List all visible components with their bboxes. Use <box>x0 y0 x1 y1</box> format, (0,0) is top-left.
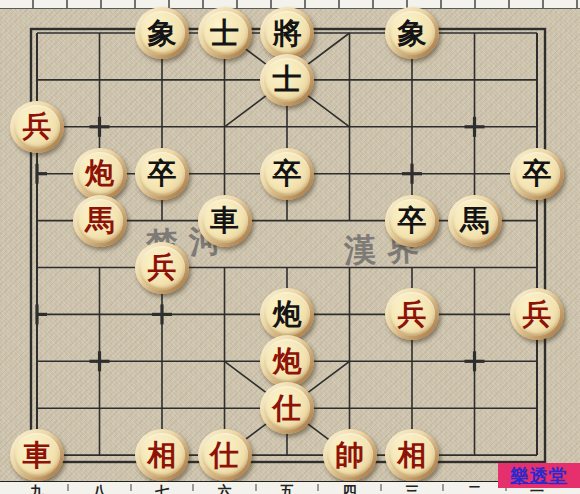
piece-glyph: 象 <box>148 19 177 48</box>
footer-tick <box>130 484 132 491</box>
piece-black-horse[interactable]: 馬 <box>448 195 502 247</box>
piece-face: 仕 <box>264 386 310 430</box>
piece-glyph: 炮 <box>273 300 302 329</box>
piece-glyph: 兵 <box>523 300 552 329</box>
file-label-7: 三 <box>401 484 423 494</box>
piece-glyph: 炮 <box>273 347 302 376</box>
piece-face: 相 <box>389 433 435 477</box>
piece-face: 卒 <box>139 152 185 196</box>
piece-red-chariot[interactable]: 車 <box>10 429 64 481</box>
piece-glyph: 兵 <box>148 253 177 282</box>
piece-face: 兵 <box>389 292 435 336</box>
piece-glyph: 相 <box>148 441 177 470</box>
piece-face: 馬 <box>77 199 123 243</box>
piece-face: 車 <box>202 199 248 243</box>
piece-glyph: 馬 <box>460 206 489 235</box>
piece-face: 仕 <box>202 433 248 477</box>
piece-glyph: 車 <box>23 441 52 470</box>
piece-face: 卒 <box>264 152 310 196</box>
piece-black-elephant[interactable]: 象 <box>135 7 189 59</box>
piece-red-soldier[interactable]: 兵 <box>10 101 64 153</box>
piece-black-general[interactable]: 將 <box>260 7 314 59</box>
piece-glyph: 卒 <box>148 159 177 188</box>
piece-glyph: 兵 <box>398 300 427 329</box>
piece-face: 士 <box>202 11 248 55</box>
piece-glyph: 兵 <box>23 112 52 141</box>
piece-red-general[interactable]: 帥 <box>323 429 377 481</box>
xiangqi-app-window: 楚河 漢界 象士將象士兵炮卒卒卒馬車卒馬兵炮兵兵炮仕車相仕帥相 九八七六五四三二… <box>0 0 580 494</box>
piece-glyph: 馬 <box>85 206 114 235</box>
piece-glyph: 炮 <box>85 159 114 188</box>
piece-glyph: 士 <box>273 65 302 94</box>
piece-face: 帥 <box>327 433 373 477</box>
footer-tick <box>192 484 194 491</box>
piece-red-cannon[interactable]: 炮 <box>260 335 314 387</box>
piece-face: 炮 <box>264 339 310 383</box>
piece-red-elephant[interactable]: 相 <box>135 429 189 481</box>
piece-glyph: 車 <box>210 206 239 235</box>
piece-red-advisor[interactable]: 仕 <box>198 429 252 481</box>
piece-face: 相 <box>139 433 185 477</box>
piece-black-soldier[interactable]: 卒 <box>135 148 189 200</box>
piece-glyph: 仕 <box>210 441 239 470</box>
file-label-8: 二 <box>464 484 486 494</box>
piece-black-elephant[interactable]: 象 <box>385 7 439 59</box>
piece-face: 馬 <box>452 199 498 243</box>
piece-black-soldier[interactable]: 卒 <box>510 148 564 200</box>
footer-tick <box>317 484 319 491</box>
piece-glyph: 士 <box>210 19 239 48</box>
file-label-5: 五 <box>276 484 298 494</box>
footer-tick <box>380 484 382 491</box>
piece-black-advisor[interactable]: 士 <box>260 54 314 106</box>
file-label-4: 六 <box>214 484 236 494</box>
file-label-6: 四 <box>339 484 361 494</box>
piece-glyph: 仕 <box>273 394 302 423</box>
piece-glyph: 卒 <box>273 159 302 188</box>
footer-tick <box>67 484 69 491</box>
file-label-3: 七 <box>151 484 173 494</box>
piece-red-soldier[interactable]: 兵 <box>135 242 189 294</box>
bottom-file-label-strip: 九八七六五四三二一 <box>0 481 580 494</box>
lottery-hall-badge[interactable]: 樂透堂 <box>498 463 580 488</box>
piece-face: 象 <box>389 11 435 55</box>
piece-glyph: 象 <box>398 19 427 48</box>
piece-glyph: 卒 <box>523 159 552 188</box>
piece-glyph: 卒 <box>398 206 427 235</box>
piece-glyph: 相 <box>398 441 427 470</box>
footer-tick <box>255 484 257 491</box>
piece-face: 將 <box>264 11 310 55</box>
piece-glyph: 將 <box>273 19 302 48</box>
piece-face: 士 <box>264 58 310 102</box>
piece-face: 兵 <box>14 105 60 149</box>
piece-face: 兵 <box>139 246 185 290</box>
file-label-1: 九 <box>26 484 48 494</box>
piece-face: 卒 <box>514 152 560 196</box>
lottery-hall-badge-text: 樂透堂 <box>511 467 568 485</box>
piece-face: 炮 <box>77 152 123 196</box>
piece-red-horse[interactable]: 馬 <box>73 195 127 247</box>
piece-glyph: 帥 <box>335 441 364 470</box>
piece-red-advisor[interactable]: 仕 <box>260 382 314 434</box>
piece-black-soldier[interactable]: 卒 <box>385 195 439 247</box>
piece-face: 象 <box>139 11 185 55</box>
piece-face: 兵 <box>514 292 560 336</box>
piece-face: 車 <box>14 433 60 477</box>
footer-tick <box>442 484 444 491</box>
piece-black-chariot[interactable]: 車 <box>198 195 252 247</box>
piece-black-soldier[interactable]: 卒 <box>260 148 314 200</box>
piece-red-elephant[interactable]: 相 <box>385 429 439 481</box>
piece-face: 卒 <box>389 199 435 243</box>
file-label-2: 八 <box>89 484 111 494</box>
piece-face: 炮 <box>264 292 310 336</box>
piece-red-cannon[interactable]: 炮 <box>73 148 127 200</box>
piece-black-advisor[interactable]: 士 <box>198 7 252 59</box>
